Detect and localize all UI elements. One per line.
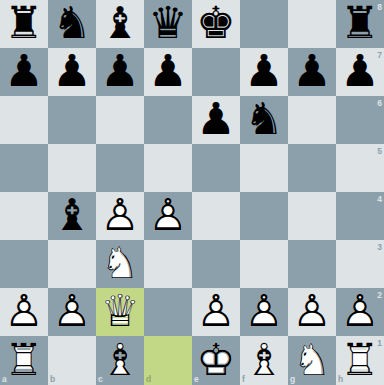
- white-pawn-outline-icon: ♙: [96, 191, 144, 239]
- white-pawn-outline-icon: ♙: [0, 287, 48, 335]
- piece-black-pawn-h7[interactable]: ♟: [336, 48, 384, 96]
- piece-black-king-e8[interactable]: ♚: [192, 0, 240, 48]
- square-f2[interactable]: ♟♙: [240, 288, 288, 336]
- piece-white-pawn-g2[interactable]: ♟♙: [288, 288, 336, 336]
- square-b6[interactable]: [48, 96, 96, 144]
- white-pawn-icon: ♟: [0, 287, 48, 335]
- piece-black-bishop-b4[interactable]: ♝: [48, 192, 96, 240]
- coord-rank-4: 4: [377, 194, 382, 204]
- square-g6[interactable]: [288, 96, 336, 144]
- chess-board: ♜♞♝♛♚♜8♟♟♟♟♟♟♟7♟♞65♝♟♙♟♙4♞♘3♟♙♟♙♛♕♟♙♟♙♟♙…: [0, 0, 384, 385]
- square-b2[interactable]: ♟♙: [48, 288, 96, 336]
- square-g2[interactable]: ♟♙: [288, 288, 336, 336]
- black-bishop-icon: ♝: [48, 191, 96, 239]
- white-pawn-icon: ♟: [96, 191, 144, 239]
- piece-black-pawn-f7[interactable]: ♟: [240, 48, 288, 96]
- piece-black-pawn-c7[interactable]: ♟: [96, 48, 144, 96]
- square-b4[interactable]: ♝: [48, 192, 96, 240]
- square-f4[interactable]: [240, 192, 288, 240]
- white-rook-icon: ♜: [0, 335, 48, 384]
- square-b5[interactable]: [48, 144, 96, 192]
- piece-white-pawn-e2[interactable]: ♟♙: [192, 288, 240, 336]
- piece-black-queen-d8[interactable]: ♛: [144, 0, 192, 48]
- piece-black-pawn-d7[interactable]: ♟: [144, 48, 192, 96]
- square-b3[interactable]: [48, 240, 96, 288]
- black-pawn-icon: ♟: [48, 47, 96, 95]
- piece-black-bishop-c8[interactable]: ♝: [96, 0, 144, 48]
- square-f5[interactable]: [240, 144, 288, 192]
- square-h1[interactable]: ♜♖1h: [336, 336, 384, 385]
- square-h6[interactable]: 6: [336, 96, 384, 144]
- square-h5[interactable]: 5: [336, 144, 384, 192]
- square-c1[interactable]: ♝♗c: [96, 336, 144, 385]
- white-knight-icon: ♞: [288, 335, 336, 384]
- black-knight-icon: ♞: [48, 0, 96, 47]
- square-f1[interactable]: ♝♗f: [240, 336, 288, 385]
- square-c3[interactable]: ♞♘: [96, 240, 144, 288]
- square-d1[interactable]: d: [144, 336, 192, 385]
- white-bishop-icon: ♝: [96, 335, 144, 384]
- white-pawn-icon: ♟: [240, 287, 288, 335]
- white-bishop-icon: ♝: [240, 335, 288, 384]
- black-pawn-icon: ♟: [144, 47, 192, 95]
- white-pawn-outline-icon: ♙: [144, 191, 192, 239]
- white-rook-icon: ♜: [336, 335, 384, 384]
- white-pawn-outline-icon: ♙: [288, 287, 336, 335]
- coord-rank-5: 5: [377, 146, 382, 156]
- square-g3[interactable]: [288, 240, 336, 288]
- square-e5[interactable]: [192, 144, 240, 192]
- square-d2[interactable]: [144, 288, 192, 336]
- square-d5[interactable]: [144, 144, 192, 192]
- square-g1[interactable]: ♞♘g: [288, 336, 336, 385]
- white-queen-outline-icon: ♕: [96, 287, 144, 335]
- black-rook-icon: ♜: [0, 0, 48, 47]
- square-c7[interactable]: ♟: [96, 48, 144, 96]
- square-a2[interactable]: ♟♙: [0, 288, 48, 336]
- square-e8[interactable]: ♚: [192, 0, 240, 48]
- piece-white-pawn-h2[interactable]: ♟♙: [336, 288, 384, 336]
- square-d8[interactable]: ♛: [144, 0, 192, 48]
- square-e6[interactable]: ♟: [192, 96, 240, 144]
- square-a4[interactable]: [0, 192, 48, 240]
- square-f7[interactable]: ♟: [240, 48, 288, 96]
- white-bishop-outline-icon: ♗: [96, 335, 144, 384]
- white-pawn-outline-icon: ♙: [336, 287, 384, 335]
- white-knight-outline-icon: ♘: [288, 335, 336, 384]
- piece-white-queen-c2[interactable]: ♛♕: [96, 288, 144, 336]
- piece-black-pawn-a7[interactable]: ♟: [0, 48, 48, 96]
- square-a1[interactable]: ♜♖a: [0, 336, 48, 385]
- piece-white-pawn-b2[interactable]: ♟♙: [48, 288, 96, 336]
- square-c4[interactable]: ♟♙: [96, 192, 144, 240]
- square-g4[interactable]: [288, 192, 336, 240]
- white-pawn-outline-icon: ♙: [240, 287, 288, 335]
- square-b1[interactable]: b: [48, 336, 96, 385]
- square-g7[interactable]: ♟: [288, 48, 336, 96]
- black-queen-icon: ♛: [144, 0, 192, 47]
- piece-black-knight-f6[interactable]: ♞: [240, 96, 288, 144]
- square-a8[interactable]: ♜: [0, 0, 48, 48]
- square-b7[interactable]: ♟: [48, 48, 96, 96]
- square-a6[interactable]: [0, 96, 48, 144]
- piece-white-rook-a1[interactable]: ♜♖: [0, 336, 48, 385]
- square-h2[interactable]: ♟♙2: [336, 288, 384, 336]
- square-a7[interactable]: ♟: [0, 48, 48, 96]
- square-h4[interactable]: 4: [336, 192, 384, 240]
- black-pawn-icon: ♟: [240, 47, 288, 95]
- square-e2[interactable]: ♟♙: [192, 288, 240, 336]
- square-e7[interactable]: [192, 48, 240, 96]
- square-c5[interactable]: [96, 144, 144, 192]
- piece-white-knight-g1[interactable]: ♞♘: [288, 336, 336, 385]
- square-d4[interactable]: ♟♙: [144, 192, 192, 240]
- square-e4[interactable]: [192, 192, 240, 240]
- white-rook-outline-icon: ♖: [0, 335, 48, 384]
- square-c6[interactable]: [96, 96, 144, 144]
- black-rook-icon: ♜: [336, 0, 384, 47]
- black-pawn-icon: ♟: [288, 47, 336, 95]
- piece-white-bishop-c1[interactable]: ♝♗: [96, 336, 144, 385]
- white-pawn-icon: ♟: [336, 287, 384, 335]
- white-knight-outline-icon: ♘: [96, 239, 144, 287]
- coord-file-b: b: [50, 374, 55, 384]
- square-f8[interactable]: [240, 0, 288, 48]
- black-pawn-icon: ♟: [192, 95, 240, 143]
- square-a5[interactable]: [0, 144, 48, 192]
- black-pawn-icon: ♟: [96, 47, 144, 95]
- piece-white-rook-h1[interactable]: ♜♖: [336, 336, 384, 385]
- white-rook-outline-icon: ♖: [336, 335, 384, 384]
- piece-black-pawn-b7[interactable]: ♟: [48, 48, 96, 96]
- white-pawn-icon: ♟: [192, 287, 240, 335]
- square-e3[interactable]: [192, 240, 240, 288]
- white-pawn-icon: ♟: [48, 287, 96, 335]
- piece-white-bishop-f1[interactable]: ♝♗: [240, 336, 288, 385]
- black-pawn-icon: ♟: [336, 47, 384, 95]
- square-e1[interactable]: ♚♔e: [192, 336, 240, 385]
- square-h7[interactable]: ♟7: [336, 48, 384, 96]
- square-f3[interactable]: [240, 240, 288, 288]
- white-pawn-icon: ♟: [288, 287, 336, 335]
- white-queen-icon: ♛: [96, 287, 144, 335]
- coord-rank-3: 3: [377, 242, 382, 252]
- piece-black-pawn-g7[interactable]: ♟: [288, 48, 336, 96]
- square-g8[interactable]: [288, 0, 336, 48]
- piece-white-pawn-a2[interactable]: ♟♙: [0, 288, 48, 336]
- piece-black-pawn-e6[interactable]: ♟: [192, 96, 240, 144]
- square-g5[interactable]: [288, 144, 336, 192]
- square-d7[interactable]: ♟: [144, 48, 192, 96]
- square-c2[interactable]: ♛♕: [96, 288, 144, 336]
- black-king-icon: ♚: [192, 0, 240, 47]
- white-pawn-outline-icon: ♙: [48, 287, 96, 335]
- coord-rank-6: 6: [377, 98, 382, 108]
- white-king-outline-icon: ♔: [192, 335, 240, 384]
- black-pawn-icon: ♟: [0, 47, 48, 95]
- piece-white-pawn-d4[interactable]: ♟♙: [144, 192, 192, 240]
- white-king-icon: ♚: [192, 335, 240, 384]
- coord-file-d: d: [146, 374, 151, 384]
- white-bishop-outline-icon: ♗: [240, 335, 288, 384]
- square-h3[interactable]: 3: [336, 240, 384, 288]
- square-f6[interactable]: ♞: [240, 96, 288, 144]
- square-d3[interactable]: [144, 240, 192, 288]
- white-pawn-outline-icon: ♙: [192, 287, 240, 335]
- square-d6[interactable]: [144, 96, 192, 144]
- black-knight-icon: ♞: [240, 95, 288, 143]
- piece-black-rook-h8[interactable]: ♜: [336, 0, 384, 48]
- piece-white-pawn-c4[interactable]: ♟♙: [96, 192, 144, 240]
- piece-black-rook-a8[interactable]: ♜: [0, 0, 48, 48]
- black-bishop-icon: ♝: [96, 0, 144, 47]
- piece-white-pawn-f2[interactable]: ♟♙: [240, 288, 288, 336]
- piece-white-king-e1[interactable]: ♚♔: [192, 336, 240, 385]
- square-c8[interactable]: ♝: [96, 0, 144, 48]
- white-pawn-icon: ♟: [144, 191, 192, 239]
- piece-white-knight-c3[interactable]: ♞♘: [96, 240, 144, 288]
- white-knight-icon: ♞: [96, 239, 144, 287]
- square-h8[interactable]: ♜8: [336, 0, 384, 48]
- square-a3[interactable]: [0, 240, 48, 288]
- square-b8[interactable]: ♞: [48, 0, 96, 48]
- piece-black-knight-b8[interactable]: ♞: [48, 0, 96, 48]
